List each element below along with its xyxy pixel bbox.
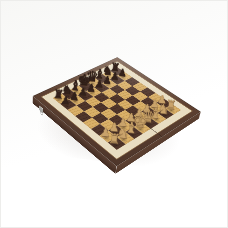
scene: ♜♟♟♜♞♟♟♞♝♟♟♝♛♟♟♛♚♟♟♚♝♟♟♝♞♟♟♞♜♟♟♜ bbox=[0, 0, 228, 228]
chess-set-photo[interactable]: ♜♟♟♜♞♟♟♞♝♟♟♝♛♟♟♛♚♟♟♚♝♟♟♝♞♟♟♞♜♟♟♜ bbox=[0, 0, 228, 228]
white-rook: ♜ bbox=[107, 131, 120, 146]
clasp-icon bbox=[39, 106, 43, 114]
black-pawn: ♟ bbox=[60, 95, 71, 107]
